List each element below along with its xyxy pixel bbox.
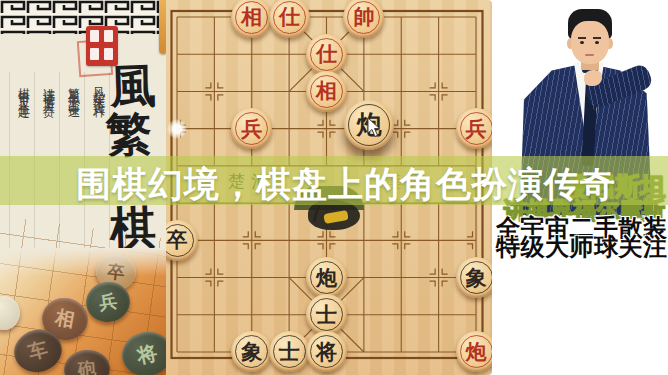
move-origin-marker xyxy=(167,119,187,139)
face xyxy=(571,21,609,64)
black-piece-士[interactable]: 士 xyxy=(269,331,310,372)
poem-column-3: 讲评论道万人贵 xyxy=(40,78,57,228)
red-piece-仕[interactable]: 仕 xyxy=(306,34,347,75)
mouse-cursor-icon xyxy=(367,117,382,138)
black-piece-象[interactable]: 象 xyxy=(456,257,493,298)
red-piece-相[interactable]: 相 xyxy=(306,71,347,112)
black-piece-炮[interactable]: 炮 xyxy=(306,257,347,298)
poem-column-4: 棋中日月人生趣 xyxy=(15,78,32,228)
photo-top-fade xyxy=(0,248,166,276)
black-piece-士[interactable]: 士 xyxy=(306,294,347,335)
pieces-photo: 卒兵相车砲将 xyxy=(0,248,166,375)
hand xyxy=(584,70,602,86)
red-piece-相[interactable]: 相 xyxy=(231,0,272,38)
black-slogan-line-2: 特级大师球关注 xyxy=(496,231,668,263)
wood-edge-sliver xyxy=(159,0,166,54)
red-piece-仕[interactable]: 仕 xyxy=(269,0,310,38)
lattice-border-icon xyxy=(0,0,166,34)
page-title: 围棋幻境，棋盘上的角色扮演传奇 xyxy=(76,161,616,208)
thumbnail-root: 風 繁 棋 风起萍末诗入枰 繁星似子弈中速 讲评论道万人贵 棋中日月人生趣 精讲… xyxy=(0,0,668,375)
